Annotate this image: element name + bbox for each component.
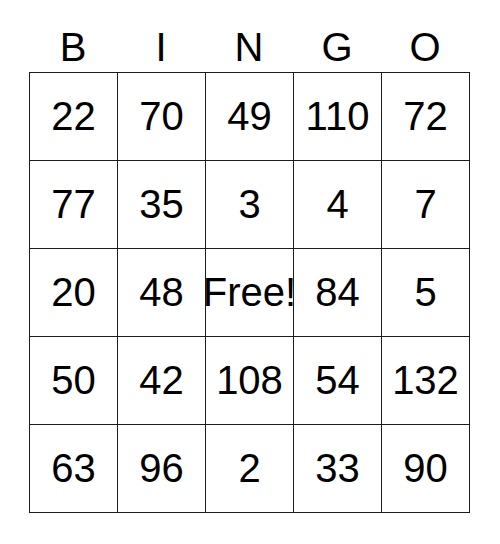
cell-r2c0[interactable]: 20 (30, 249, 118, 337)
cell-r0c4[interactable]: 72 (382, 73, 470, 161)
free-cell[interactable]: Free! (206, 249, 294, 337)
bingo-grid: 22 70 49 110 72 77 35 3 4 7 20 48 Free! … (29, 72, 470, 513)
cell-r1c0[interactable]: 77 (30, 161, 118, 249)
cell-r3c4[interactable]: 132 (382, 337, 470, 425)
cell-r2c4[interactable]: 5 (382, 249, 470, 337)
header-letter-n: N (205, 22, 293, 72)
cell-r0c3[interactable]: 110 (294, 73, 382, 161)
header-letter-b: B (29, 22, 117, 72)
cell-r4c2[interactable]: 2 (206, 425, 294, 513)
header-letter-o: O (381, 22, 469, 72)
cell-r3c3[interactable]: 54 (294, 337, 382, 425)
cell-r2c1[interactable]: 48 (118, 249, 206, 337)
cell-r4c4[interactable]: 90 (382, 425, 470, 513)
bingo-card: B I N G O 22 70 49 110 72 77 35 3 4 7 20… (29, 22, 470, 513)
cell-r1c1[interactable]: 35 (118, 161, 206, 249)
header-letter-g: G (293, 22, 381, 72)
cell-r1c2[interactable]: 3 (206, 161, 294, 249)
cell-r0c0[interactable]: 22 (30, 73, 118, 161)
cell-r4c0[interactable]: 63 (30, 425, 118, 513)
cell-r3c1[interactable]: 42 (118, 337, 206, 425)
bingo-header: B I N G O (29, 22, 470, 72)
cell-r3c2[interactable]: 108 (206, 337, 294, 425)
cell-r0c1[interactable]: 70 (118, 73, 206, 161)
cell-r1c3[interactable]: 4 (294, 161, 382, 249)
header-letter-i: I (117, 22, 205, 72)
cell-r4c1[interactable]: 96 (118, 425, 206, 513)
cell-r3c0[interactable]: 50 (30, 337, 118, 425)
cell-r2c3[interactable]: 84 (294, 249, 382, 337)
cell-r4c3[interactable]: 33 (294, 425, 382, 513)
cell-r0c2[interactable]: 49 (206, 73, 294, 161)
cell-r1c4[interactable]: 7 (382, 161, 470, 249)
